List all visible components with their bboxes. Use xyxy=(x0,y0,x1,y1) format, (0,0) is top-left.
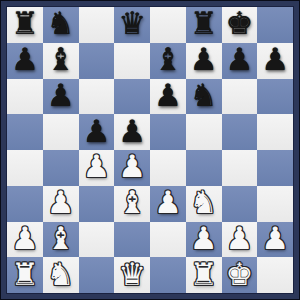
square-c6[interactable] xyxy=(79,79,115,115)
square-d1[interactable]: ♛ xyxy=(114,257,150,293)
square-b8[interactable]: ♞ xyxy=(43,7,79,43)
square-a6[interactable] xyxy=(7,79,43,115)
piece-white-pawn: ♟ xyxy=(225,223,253,254)
piece-white-knight: ♞ xyxy=(47,259,75,290)
square-h1[interactable] xyxy=(257,257,293,293)
square-a2[interactable]: ♟ xyxy=(7,222,43,258)
square-f6[interactable]: ♞ xyxy=(186,79,222,115)
square-c5[interactable]: ♟ xyxy=(79,114,115,150)
square-d7[interactable] xyxy=(114,43,150,79)
piece-white-pawn: ♟ xyxy=(118,151,146,182)
square-a3[interactable] xyxy=(7,186,43,222)
square-h6[interactable] xyxy=(257,79,293,115)
square-b6[interactable]: ♟ xyxy=(43,79,79,115)
square-f4[interactable] xyxy=(186,150,222,186)
square-d2[interactable] xyxy=(114,222,150,258)
square-h2[interactable]: ♟ xyxy=(257,222,293,258)
piece-black-pawn: ♟ xyxy=(11,44,39,75)
square-g4[interactable] xyxy=(222,150,258,186)
square-e5[interactable] xyxy=(150,114,186,150)
piece-black-pawn: ♟ xyxy=(261,44,289,75)
square-b2[interactable]: ♝ xyxy=(43,222,79,258)
piece-black-knight: ♞ xyxy=(190,80,218,111)
piece-black-queen: ♛ xyxy=(118,8,146,39)
square-f2[interactable]: ♟ xyxy=(186,222,222,258)
square-a8[interactable]: ♜ xyxy=(7,7,43,43)
chess-board: ♜♞♛♜♚♟♝♝♟♟♟♟♟♞♟♟♟♟♟♝♟♞♟♝♟♟♟♜♞♛♜♚ xyxy=(7,7,293,293)
square-h4[interactable] xyxy=(257,150,293,186)
square-f1[interactable]: ♜ xyxy=(186,257,222,293)
piece-black-pawn: ♟ xyxy=(154,80,182,111)
piece-white-pawn: ♟ xyxy=(11,223,39,254)
square-e2[interactable] xyxy=(150,222,186,258)
piece-black-rook: ♜ xyxy=(11,8,39,39)
piece-black-pawn: ♟ xyxy=(82,116,110,147)
piece-white-pawn: ♟ xyxy=(47,187,75,218)
square-b1[interactable]: ♞ xyxy=(43,257,79,293)
square-h3[interactable] xyxy=(257,186,293,222)
square-e6[interactable]: ♟ xyxy=(150,79,186,115)
square-c8[interactable] xyxy=(79,7,115,43)
square-d5[interactable]: ♟ xyxy=(114,114,150,150)
piece-white-pawn: ♟ xyxy=(154,187,182,218)
square-d8[interactable]: ♛ xyxy=(114,7,150,43)
piece-black-knight: ♞ xyxy=(47,8,75,39)
piece-black-pawn: ♟ xyxy=(190,44,218,75)
square-e4[interactable] xyxy=(150,150,186,186)
square-c1[interactable] xyxy=(79,257,115,293)
square-a5[interactable] xyxy=(7,114,43,150)
square-e3[interactable]: ♟ xyxy=(150,186,186,222)
square-c3[interactable] xyxy=(79,186,115,222)
square-g1[interactable]: ♚ xyxy=(222,257,258,293)
piece-black-pawn: ♟ xyxy=(118,116,146,147)
piece-white-king: ♚ xyxy=(225,259,253,290)
square-g6[interactable] xyxy=(222,79,258,115)
piece-white-rook: ♜ xyxy=(11,259,39,290)
square-c7[interactable] xyxy=(79,43,115,79)
square-b4[interactable] xyxy=(43,150,79,186)
square-a4[interactable] xyxy=(7,150,43,186)
square-e7[interactable]: ♝ xyxy=(150,43,186,79)
piece-white-pawn: ♟ xyxy=(190,223,218,254)
piece-white-bishop: ♝ xyxy=(118,187,146,218)
square-h8[interactable] xyxy=(257,7,293,43)
piece-white-rook: ♜ xyxy=(190,259,218,290)
square-f7[interactable]: ♟ xyxy=(186,43,222,79)
piece-black-bishop: ♝ xyxy=(154,44,182,75)
square-g8[interactable]: ♚ xyxy=(222,7,258,43)
square-b3[interactable]: ♟ xyxy=(43,186,79,222)
piece-white-pawn: ♟ xyxy=(82,151,110,182)
square-a1[interactable]: ♜ xyxy=(7,257,43,293)
piece-white-pawn: ♟ xyxy=(261,223,289,254)
chess-board-frame: ♜♞♛♜♚♟♝♝♟♟♟♟♟♞♟♟♟♟♟♝♟♞♟♝♟♟♟♜♞♛♜♚ xyxy=(0,0,300,300)
square-d6[interactable] xyxy=(114,79,150,115)
piece-black-rook: ♜ xyxy=(190,8,218,39)
square-d3[interactable]: ♝ xyxy=(114,186,150,222)
square-g7[interactable]: ♟ xyxy=(222,43,258,79)
piece-black-bishop: ♝ xyxy=(47,44,75,75)
square-f5[interactable] xyxy=(186,114,222,150)
square-g3[interactable] xyxy=(222,186,258,222)
piece-white-bishop: ♝ xyxy=(47,223,75,254)
piece-black-pawn: ♟ xyxy=(47,80,75,111)
square-g2[interactable]: ♟ xyxy=(222,222,258,258)
square-h5[interactable] xyxy=(257,114,293,150)
square-b7[interactable]: ♝ xyxy=(43,43,79,79)
square-e8[interactable] xyxy=(150,7,186,43)
square-a7[interactable]: ♟ xyxy=(7,43,43,79)
piece-black-pawn: ♟ xyxy=(225,44,253,75)
piece-white-knight: ♞ xyxy=(190,187,218,218)
square-h7[interactable]: ♟ xyxy=(257,43,293,79)
square-d4[interactable]: ♟ xyxy=(114,150,150,186)
square-b5[interactable] xyxy=(43,114,79,150)
square-f8[interactable]: ♜ xyxy=(186,7,222,43)
square-c2[interactable] xyxy=(79,222,115,258)
square-c4[interactable]: ♟ xyxy=(79,150,115,186)
square-g5[interactable] xyxy=(222,114,258,150)
piece-white-queen: ♛ xyxy=(118,259,146,290)
square-f3[interactable]: ♞ xyxy=(186,186,222,222)
square-e1[interactable] xyxy=(150,257,186,293)
piece-black-king: ♚ xyxy=(225,8,253,39)
